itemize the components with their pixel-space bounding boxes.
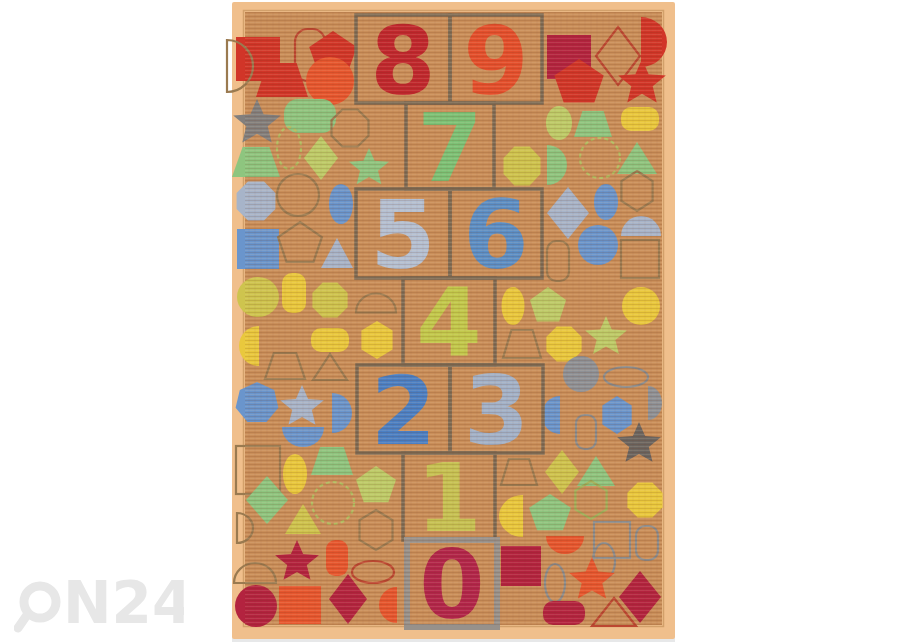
product-photo: 8975642310 N24 — [0, 0, 900, 644]
hopscotch-rug: 8975642310 — [0, 0, 900, 644]
magnifier-handle — [18, 615, 27, 628]
on24-watermark: N24 — [14, 572, 184, 636]
watermark-text: N24 — [63, 572, 184, 636]
weave-texture-overlay — [245, 12, 662, 625]
